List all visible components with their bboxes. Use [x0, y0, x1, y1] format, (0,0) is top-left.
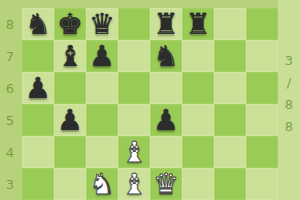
square-e4[interactable]: [150, 136, 182, 168]
square-g3[interactable]: [214, 168, 246, 200]
square-a6[interactable]: ♟: [22, 72, 54, 104]
square-e5[interactable]: ♟: [150, 104, 182, 136]
square-e7[interactable]: ♞: [150, 40, 182, 72]
piece-black-rook[interactable]: ♜: [150, 8, 182, 40]
square-d4[interactable]: ♝: [118, 136, 150, 168]
rank-label-5: 5: [0, 104, 20, 136]
piece-white-bishop[interactable]: ♝: [118, 168, 150, 200]
square-a7[interactable]: [22, 40, 54, 72]
square-g5[interactable]: [214, 104, 246, 136]
square-f8[interactable]: ♜: [182, 8, 214, 40]
square-g4[interactable]: [214, 136, 246, 168]
square-b8[interactable]: ♚: [54, 8, 86, 40]
square-d8[interactable]: [118, 8, 150, 40]
square-e8[interactable]: ♜: [150, 8, 182, 40]
square-b3[interactable]: [54, 168, 86, 200]
puzzle-counter-char: 8: [285, 116, 293, 138]
square-e6[interactable]: [150, 72, 182, 104]
piece-black-rook[interactable]: ♜: [182, 8, 214, 40]
piece-black-king[interactable]: ♚: [54, 8, 86, 40]
square-c5[interactable]: [86, 104, 118, 136]
square-d5[interactable]: [118, 104, 150, 136]
piece-white-queen[interactable]: ♛: [150, 168, 182, 200]
square-b5[interactable]: ♟: [54, 104, 86, 136]
square-c7[interactable]: ♟: [86, 40, 118, 72]
piece-black-pawn[interactable]: ♟: [54, 104, 86, 136]
puzzle-counter: 3 / 8 8: [278, 50, 300, 138]
square-a3[interactable]: [22, 168, 54, 200]
square-h7[interactable]: [246, 40, 278, 72]
square-h6[interactable]: [246, 72, 278, 104]
square-c3[interactable]: ♞: [86, 168, 118, 200]
square-g8[interactable]: [214, 8, 246, 40]
piece-black-knight[interactable]: ♞: [22, 8, 54, 40]
square-f7[interactable]: [182, 40, 214, 72]
square-h3[interactable]: [246, 168, 278, 200]
square-a8[interactable]: ♞: [22, 8, 54, 40]
board: ♞♚♛♜♜♝♟♞♟♟♟♝♞♝♛: [22, 8, 278, 200]
chess-app-window: ♞♚♛♜♜♝♟♞♟♟♟♝♞♝♛ 8 7 6 5 4 3 3 / 8 8: [0, 0, 300, 200]
square-d7[interactable]: [118, 40, 150, 72]
square-f5[interactable]: [182, 104, 214, 136]
square-h8[interactable]: [246, 8, 278, 40]
square-d3[interactable]: ♝: [118, 168, 150, 200]
puzzle-counter-char: 3: [285, 50, 293, 72]
piece-black-queen[interactable]: ♛: [86, 8, 118, 40]
square-b6[interactable]: [54, 72, 86, 104]
rank-label-7: 7: [0, 40, 20, 72]
rank-label-8: 8: [0, 8, 20, 40]
square-a5[interactable]: [22, 104, 54, 136]
rank-label-6: 6: [0, 72, 20, 104]
square-a4[interactable]: [22, 136, 54, 168]
square-c4[interactable]: [86, 136, 118, 168]
square-e3[interactable]: ♛: [150, 168, 182, 200]
square-c6[interactable]: [86, 72, 118, 104]
piece-black-knight[interactable]: ♞: [150, 40, 182, 72]
piece-black-pawn[interactable]: ♟: [150, 104, 182, 136]
square-b4[interactable]: [54, 136, 86, 168]
piece-black-pawn[interactable]: ♟: [22, 72, 54, 104]
square-c8[interactable]: ♛: [86, 8, 118, 40]
square-h4[interactable]: [246, 136, 278, 168]
square-b7[interactable]: ♝: [54, 40, 86, 72]
square-f3[interactable]: [182, 168, 214, 200]
square-h5[interactable]: [246, 104, 278, 136]
piece-white-knight[interactable]: ♞: [86, 168, 118, 200]
square-f6[interactable]: [182, 72, 214, 104]
square-f4[interactable]: [182, 136, 214, 168]
rank-coordinates: 8 7 6 5 4 3: [0, 8, 22, 200]
piece-white-bishop[interactable]: ♝: [118, 136, 150, 168]
rank-label-3: 3: [0, 168, 20, 200]
square-d6[interactable]: [118, 72, 150, 104]
square-g6[interactable]: [214, 72, 246, 104]
piece-black-pawn[interactable]: ♟: [86, 40, 118, 72]
rank-label-4: 4: [0, 136, 20, 168]
puzzle-counter-char: /: [287, 72, 291, 94]
piece-black-bishop[interactable]: ♝: [54, 40, 86, 72]
square-g7[interactable]: [214, 40, 246, 72]
puzzle-counter-char: 8: [285, 94, 293, 116]
